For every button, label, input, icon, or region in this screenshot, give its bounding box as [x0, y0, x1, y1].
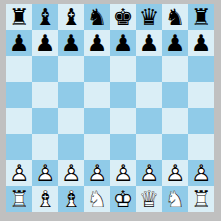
square-e4[interactable]: [110, 108, 136, 134]
square-g6[interactable]: [162, 56, 188, 82]
square-h6[interactable]: [188, 56, 214, 82]
piece-glyph: ♟: [84, 30, 110, 56]
square-e5[interactable]: [110, 82, 136, 108]
piece-glyph: ♟: [136, 30, 162, 56]
square-c1[interactable]: ♝♗: [58, 186, 84, 212]
white-pawn[interactable]: ♟♙: [32, 160, 58, 186]
black-pawn[interactable]: ♟: [136, 30, 162, 56]
white-pawn[interactable]: ♟♙: [162, 160, 188, 186]
square-c2[interactable]: ♟♙: [58, 160, 84, 186]
piece-outline-glyph: ♙: [136, 160, 162, 186]
square-a4[interactable]: [6, 108, 32, 134]
piece-glyph: ♟: [110, 30, 136, 56]
white-pawn[interactable]: ♟♙: [84, 160, 110, 186]
piece-glyph: ♚: [110, 4, 136, 30]
square-f2[interactable]: ♟♙: [136, 160, 162, 186]
piece-glyph: ♝: [58, 4, 84, 30]
square-c8[interactable]: ♝: [58, 4, 84, 30]
white-pawn[interactable]: ♟♙: [58, 160, 84, 186]
square-g2[interactable]: ♟♙: [162, 160, 188, 186]
white-pawn[interactable]: ♟♙: [6, 160, 32, 186]
square-g5[interactable]: [162, 82, 188, 108]
square-h5[interactable]: [188, 82, 214, 108]
square-e3[interactable]: [110, 134, 136, 160]
square-f8[interactable]: ♛: [136, 4, 162, 30]
white-queen[interactable]: ♛♕: [136, 186, 162, 212]
black-rook[interactable]: ♜: [188, 4, 214, 30]
piece-outline-glyph: ♙: [6, 160, 32, 186]
square-g1[interactable]: ♞♘: [162, 186, 188, 212]
square-h3[interactable]: [188, 134, 214, 160]
square-a2[interactable]: ♟♙: [6, 160, 32, 186]
black-pawn[interactable]: ♟: [32, 30, 58, 56]
square-f1[interactable]: ♛♕: [136, 186, 162, 212]
white-pawn[interactable]: ♟♙: [188, 160, 214, 186]
square-d2[interactable]: ♟♙: [84, 160, 110, 186]
square-e1[interactable]: ♚♔: [110, 186, 136, 212]
piece-outline-glyph: ♔: [110, 186, 136, 212]
black-pawn[interactable]: ♟: [110, 30, 136, 56]
black-bishop[interactable]: ♝: [32, 4, 58, 30]
square-b5[interactable]: [32, 82, 58, 108]
square-f5[interactable]: [136, 82, 162, 108]
piece-outline-glyph: ♙: [84, 160, 110, 186]
black-queen[interactable]: ♛: [136, 4, 162, 30]
piece-outline-glyph: ♖: [188, 186, 214, 212]
square-c6[interactable]: [58, 56, 84, 82]
black-pawn[interactable]: ♟: [188, 30, 214, 56]
square-a1[interactable]: ♜♖: [6, 186, 32, 212]
square-c7[interactable]: ♟: [58, 30, 84, 56]
square-b7[interactable]: ♟: [32, 30, 58, 56]
square-b1[interactable]: ♝♗: [32, 186, 58, 212]
square-g7[interactable]: ♟: [162, 30, 188, 56]
piece-outline-glyph: ♕: [136, 186, 162, 212]
square-d6[interactable]: [84, 56, 110, 82]
piece-outline-glyph: ♘: [84, 186, 110, 212]
square-c3[interactable]: [58, 134, 84, 160]
square-b8[interactable]: ♝: [32, 4, 58, 30]
square-b6[interactable]: [32, 56, 58, 82]
black-pawn[interactable]: ♟: [6, 30, 32, 56]
piece-glyph: ♜: [6, 4, 32, 30]
square-e8[interactable]: ♚: [110, 4, 136, 30]
piece-glyph: ♟: [58, 30, 84, 56]
piece-outline-glyph: ♗: [32, 186, 58, 212]
piece-glyph: ♝: [32, 4, 58, 30]
square-d3[interactable]: [84, 134, 110, 160]
square-e6[interactable]: [110, 56, 136, 82]
piece-outline-glyph: ♘: [162, 186, 188, 212]
black-pawn[interactable]: ♟: [162, 30, 188, 56]
piece-outline-glyph: ♙: [188, 160, 214, 186]
white-rook[interactable]: ♜♖: [6, 186, 32, 212]
black-knight[interactable]: ♞: [84, 4, 110, 30]
white-king[interactable]: ♚♔: [110, 186, 136, 212]
square-f6[interactable]: [136, 56, 162, 82]
piece-outline-glyph: ♖: [6, 186, 32, 212]
square-a3[interactable]: [6, 134, 32, 160]
square-b4[interactable]: [32, 108, 58, 134]
square-a8[interactable]: ♜: [6, 4, 32, 30]
piece-glyph: ♞: [162, 4, 188, 30]
piece-outline-glyph: ♙: [32, 160, 58, 186]
square-h4[interactable]: [188, 108, 214, 134]
square-e2[interactable]: ♟♙: [110, 160, 136, 186]
piece-glyph: ♞: [84, 4, 110, 30]
square-a5[interactable]: [6, 82, 32, 108]
white-rook[interactable]: ♜♖: [188, 186, 214, 212]
square-e7[interactable]: ♟: [110, 30, 136, 56]
square-d8[interactable]: ♞: [84, 4, 110, 30]
square-h2[interactable]: ♟♙: [188, 160, 214, 186]
square-g4[interactable]: [162, 108, 188, 134]
white-bishop[interactable]: ♝♗: [58, 186, 84, 212]
square-a7[interactable]: ♟: [6, 30, 32, 56]
square-f4[interactable]: [136, 108, 162, 134]
square-a6[interactable]: [6, 56, 32, 82]
square-d4[interactable]: [84, 108, 110, 134]
piece-glyph: ♜: [188, 4, 214, 30]
piece-outline-glyph: ♙: [110, 160, 136, 186]
square-b3[interactable]: [32, 134, 58, 160]
white-pawn[interactable]: ♟♙: [136, 160, 162, 186]
white-pawn[interactable]: ♟♙: [110, 160, 136, 186]
piece-outline-glyph: ♙: [162, 160, 188, 186]
black-pawn[interactable]: ♟: [84, 30, 110, 56]
piece-glyph: ♟: [162, 30, 188, 56]
square-b2[interactable]: ♟♙: [32, 160, 58, 186]
square-h1[interactable]: ♜♖: [188, 186, 214, 212]
square-g3[interactable]: [162, 134, 188, 160]
white-knight[interactable]: ♞♘: [84, 186, 110, 212]
square-d5[interactable]: [84, 82, 110, 108]
piece-outline-glyph: ♙: [58, 160, 84, 186]
piece-glyph: ♟: [6, 30, 32, 56]
black-king[interactable]: ♚: [110, 4, 136, 30]
square-f7[interactable]: ♟: [136, 30, 162, 56]
chess-board: ♜♝♝♞♚♛♞♜♟♟♟♟♟♟♟♟♟♙♟♙♟♙♟♙♟♙♟♙♟♙♟♙♜♖♝♗♝♗♞♘…: [6, 4, 214, 212]
square-c4[interactable]: [58, 108, 84, 134]
piece-glyph: ♟: [32, 30, 58, 56]
white-knight[interactable]: ♞♘: [162, 186, 188, 212]
black-knight[interactable]: ♞: [162, 4, 188, 30]
square-d1[interactable]: ♞♘: [84, 186, 110, 212]
white-bishop[interactable]: ♝♗: [32, 186, 58, 212]
black-pawn[interactable]: ♟: [58, 30, 84, 56]
square-h7[interactable]: ♟: [188, 30, 214, 56]
square-c5[interactable]: [58, 82, 84, 108]
piece-outline-glyph: ♗: [58, 186, 84, 212]
black-rook[interactable]: ♜: [6, 4, 32, 30]
piece-glyph: ♛: [136, 4, 162, 30]
square-g8[interactable]: ♞: [162, 4, 188, 30]
square-h8[interactable]: ♜: [188, 4, 214, 30]
square-d7[interactable]: ♟: [84, 30, 110, 56]
piece-glyph: ♟: [188, 30, 214, 56]
black-bishop[interactable]: ♝: [58, 4, 84, 30]
square-f3[interactable]: [136, 134, 162, 160]
